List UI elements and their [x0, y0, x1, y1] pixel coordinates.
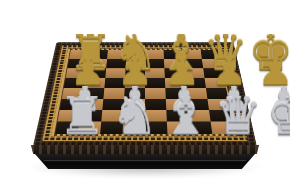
- cell-b7: ♟: [112, 69, 159, 85]
- cell-e7: ♟: [249, 69, 290, 85]
- cell-d7: ♟: [204, 69, 253, 85]
- board-front-edge: [31, 145, 259, 154]
- cell-e1: ♚: [259, 111, 290, 134]
- case-lid-seam: [44, 160, 246, 161]
- cell-b8: ♞: [113, 50, 158, 69]
- cell-e2: ♟: [256, 96, 290, 111]
- chess-set-photo: ♜♞♝♛♚♝♞♜♟♟♟♟♟♟♟♟♟♟♟♟♟♟♟♟♜♞♝♛♚♝♞♜: [0, 0, 290, 179]
- cell-d8: ♛: [201, 50, 249, 69]
- cell-e8: ♚: [244, 50, 290, 69]
- gold-king: ♚: [248, 34, 290, 72]
- piece-layer: ♜♞♝♛♚♝♞♜♟♟♟♟♟♟♟♟♟♟♟♟♟♟♟♟♜♞♝♛♚♝♞♜: [55, 50, 235, 134]
- storage-case: [35, 154, 255, 169]
- gold-bishop: ♝: [158, 34, 203, 72]
- cell-a7: ♟: [64, 69, 112, 85]
- cell-a1: ♜: [55, 111, 109, 134]
- cell-a8: ♜: [67, 50, 114, 69]
- chess-board: ♜♞♝♛♚♝♞♜♟♟♟♟♟♟♟♟♟♟♟♟♟♟♟♟♜♞♝♛♚♝♞♜: [33, 42, 257, 146]
- cell-c8: ♝: [158, 50, 204, 69]
- gold-queen: ♛: [203, 34, 248, 72]
- cell-c1: ♝: [159, 111, 212, 134]
- gold-rook: ♜: [68, 34, 113, 72]
- gold-knight: ♞: [113, 34, 158, 72]
- cell-c7: ♟: [158, 69, 206, 85]
- cell-b1: ♞: [108, 111, 160, 134]
